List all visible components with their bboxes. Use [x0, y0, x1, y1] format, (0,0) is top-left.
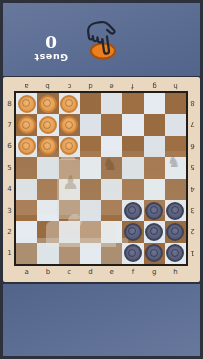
rank-label-right-5: 5: [187, 157, 198, 178]
square-b7[interactable]: [37, 114, 58, 135]
square-b4[interactable]: [37, 179, 58, 200]
orange-piece-b6[interactable]: [39, 137, 57, 155]
square-d1[interactable]: [80, 243, 101, 264]
square-g3[interactable]: [144, 200, 165, 221]
board: ♞ ♞ ♟: [14, 91, 188, 266]
square-f8[interactable]: [122, 93, 143, 114]
navy-piece-h1[interactable]: [166, 244, 184, 262]
board-grid: [16, 93, 186, 264]
file-label-bottom-e: e: [101, 266, 122, 279]
square-a5[interactable]: [16, 157, 37, 178]
navy-piece-h2[interactable]: [166, 223, 184, 241]
square-d3[interactable]: [80, 200, 101, 221]
orange-piece-a8[interactable]: [18, 95, 36, 113]
orange-piece-c7[interactable]: [60, 116, 78, 134]
square-g5[interactable]: [144, 157, 165, 178]
square-b5[interactable]: [37, 157, 58, 178]
square-e8[interactable]: [101, 93, 122, 114]
square-h7[interactable]: [165, 114, 186, 135]
square-f2[interactable]: [122, 221, 143, 242]
square-e4[interactable]: [101, 179, 122, 200]
rank-label-right-8: 8: [187, 93, 198, 114]
square-b3[interactable]: [37, 200, 58, 221]
navy-piece-h3[interactable]: [166, 202, 184, 220]
orange-piece-b7[interactable]: [39, 116, 57, 134]
navy-piece-g2[interactable]: [145, 223, 163, 241]
orange-piece-c6[interactable]: [60, 137, 78, 155]
square-g4[interactable]: [144, 179, 165, 200]
square-e6[interactable]: [101, 136, 122, 157]
square-g8[interactable]: [144, 93, 165, 114]
file-label-bottom-a: a: [16, 266, 37, 279]
file-label-bottom-c: c: [59, 266, 80, 279]
square-e7[interactable]: [101, 114, 122, 135]
square-h6[interactable]: [165, 136, 186, 157]
square-a7[interactable]: [16, 114, 37, 135]
square-a3[interactable]: [16, 200, 37, 221]
guest-score: 0: [23, 32, 79, 51]
square-e2[interactable]: [101, 221, 122, 242]
square-g6[interactable]: [144, 136, 165, 157]
file-label-bottom-h: h: [165, 266, 186, 279]
square-c5[interactable]: [59, 157, 80, 178]
square-d4[interactable]: [80, 179, 101, 200]
rank-label-right-4: 4: [187, 179, 198, 200]
square-f7[interactable]: [122, 114, 143, 135]
ugolki-game-screen: Guest 0 abcdefgh 87654321 87654321 abcde…: [0, 0, 203, 359]
tap-hand-icon-top[interactable]: [81, 15, 125, 61]
navy-piece-f1[interactable]: [124, 244, 142, 262]
square-a8[interactable]: [16, 93, 37, 114]
square-b2[interactable]: [37, 221, 58, 242]
square-f5[interactable]: [122, 157, 143, 178]
square-g7[interactable]: [144, 114, 165, 135]
file-label-bottom-f: f: [122, 266, 143, 279]
square-c7[interactable]: [59, 114, 80, 135]
square-g2[interactable]: [144, 221, 165, 242]
square-b8[interactable]: [37, 93, 58, 114]
orange-piece-a7[interactable]: [18, 116, 36, 134]
square-e5[interactable]: [101, 157, 122, 178]
file-label-bottom-b: b: [37, 266, 58, 279]
square-b1[interactable]: [37, 243, 58, 264]
orange-piece-b8[interactable]: [39, 95, 57, 113]
board-frame: abcdefgh 87654321 87654321 abcdefgh ♞ ♞ …: [3, 77, 200, 282]
square-a2[interactable]: [16, 221, 37, 242]
square-c8[interactable]: [59, 93, 80, 114]
square-d5[interactable]: [80, 157, 101, 178]
square-h8[interactable]: [165, 93, 186, 114]
navy-piece-f2[interactable]: [124, 223, 142, 241]
square-c2[interactable]: [59, 221, 80, 242]
square-d7[interactable]: [80, 114, 101, 135]
square-h2[interactable]: [165, 221, 186, 242]
square-h3[interactable]: [165, 200, 186, 221]
square-e1[interactable]: [101, 243, 122, 264]
square-h4[interactable]: [165, 179, 186, 200]
square-f6[interactable]: [122, 136, 143, 157]
square-a4[interactable]: [16, 179, 37, 200]
square-h5[interactable]: [165, 157, 186, 178]
square-c1[interactable]: [59, 243, 80, 264]
navy-piece-f3[interactable]: [124, 202, 142, 220]
orange-piece-c8[interactable]: [60, 95, 78, 113]
navy-piece-g1[interactable]: [145, 244, 163, 262]
rank-label-right-6: 6: [187, 136, 198, 157]
square-d8[interactable]: [80, 93, 101, 114]
rank-label-right-2: 2: [187, 221, 198, 242]
file-label-bottom-d: d: [80, 266, 101, 279]
rank-label-right-3: 3: [187, 200, 198, 221]
square-d6[interactable]: [80, 136, 101, 157]
square-f3[interactable]: [122, 200, 143, 221]
square-c4[interactable]: [59, 179, 80, 200]
square-a6[interactable]: [16, 136, 37, 157]
orange-piece-a6[interactable]: [18, 137, 36, 155]
file-labels-bottom: abcdefgh: [16, 266, 186, 279]
square-c6[interactable]: [59, 136, 80, 157]
guest-name: Guest: [23, 51, 79, 63]
guest-info: Guest 0: [23, 32, 79, 63]
square-f4[interactable]: [122, 179, 143, 200]
square-b6[interactable]: [37, 136, 58, 157]
square-h1[interactable]: [165, 243, 186, 264]
rank-labels-right: 87654321: [187, 93, 198, 264]
square-e3[interactable]: [101, 200, 122, 221]
file-label-bottom-g: g: [144, 266, 165, 279]
square-f1[interactable]: [122, 243, 143, 264]
rank-label-right-1: 1: [187, 243, 198, 264]
square-a1[interactable]: [16, 243, 37, 264]
square-g1[interactable]: [144, 243, 165, 264]
guest-panel: Guest 0: [3, 3, 200, 76]
square-d2[interactable]: [80, 221, 101, 242]
navy-piece-g3[interactable]: [145, 202, 163, 220]
host-panel: Host 0: [3, 284, 200, 356]
square-c3[interactable]: [59, 200, 80, 221]
rank-label-right-7: 7: [187, 114, 198, 135]
